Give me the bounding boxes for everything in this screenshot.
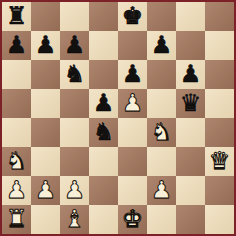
square-e1[interactable]: ♚ bbox=[118, 205, 147, 234]
square-b8[interactable] bbox=[31, 2, 60, 31]
white-king[interactable]: ♚ bbox=[122, 205, 144, 234]
square-g1[interactable] bbox=[176, 205, 205, 234]
square-e3[interactable] bbox=[118, 147, 147, 176]
square-d7[interactable] bbox=[89, 31, 118, 60]
square-h2[interactable] bbox=[205, 176, 234, 205]
white-queen[interactable]: ♛ bbox=[209, 147, 231, 176]
square-a5[interactable] bbox=[2, 89, 31, 118]
square-c5[interactable] bbox=[60, 89, 89, 118]
black-pawn[interactable]: ♟ bbox=[122, 60, 144, 89]
square-c2[interactable]: ♟ bbox=[60, 176, 89, 205]
square-b6[interactable] bbox=[31, 60, 60, 89]
square-d3[interactable] bbox=[89, 147, 118, 176]
square-g8[interactable] bbox=[176, 2, 205, 31]
square-h6[interactable] bbox=[205, 60, 234, 89]
square-a8[interactable]: ♜ bbox=[2, 2, 31, 31]
square-f1[interactable] bbox=[147, 205, 176, 234]
square-d4[interactable]: ♞ bbox=[89, 118, 118, 147]
square-a7[interactable]: ♟ bbox=[2, 31, 31, 60]
square-h5[interactable] bbox=[205, 89, 234, 118]
square-f4[interactable]: ♞ bbox=[147, 118, 176, 147]
square-d6[interactable] bbox=[89, 60, 118, 89]
square-f8[interactable] bbox=[147, 2, 176, 31]
square-a2[interactable]: ♟ bbox=[2, 176, 31, 205]
square-h8[interactable] bbox=[205, 2, 234, 31]
square-f2[interactable]: ♟ bbox=[147, 176, 176, 205]
square-f5[interactable] bbox=[147, 89, 176, 118]
square-f7[interactable]: ♟ bbox=[147, 31, 176, 60]
white-bishop[interactable]: ♝ bbox=[64, 205, 86, 234]
black-pawn[interactable]: ♟ bbox=[35, 31, 57, 60]
square-b7[interactable]: ♟ bbox=[31, 31, 60, 60]
square-d1[interactable] bbox=[89, 205, 118, 234]
square-f6[interactable] bbox=[147, 60, 176, 89]
square-a3[interactable]: ♞ bbox=[2, 147, 31, 176]
square-h1[interactable] bbox=[205, 205, 234, 234]
white-pawn[interactable]: ♟ bbox=[64, 176, 86, 205]
square-g4[interactable] bbox=[176, 118, 205, 147]
square-g2[interactable] bbox=[176, 176, 205, 205]
black-pawn[interactable]: ♟ bbox=[93, 89, 115, 118]
square-g6[interactable]: ♟ bbox=[176, 60, 205, 89]
black-pawn[interactable]: ♟ bbox=[6, 31, 28, 60]
square-c8[interactable] bbox=[60, 2, 89, 31]
square-c7[interactable]: ♟ bbox=[60, 31, 89, 60]
square-h4[interactable] bbox=[205, 118, 234, 147]
square-g5[interactable]: ♛ bbox=[176, 89, 205, 118]
square-g7[interactable] bbox=[176, 31, 205, 60]
square-a4[interactable] bbox=[2, 118, 31, 147]
square-c1[interactable]: ♝ bbox=[60, 205, 89, 234]
square-c4[interactable] bbox=[60, 118, 89, 147]
white-pawn[interactable]: ♟ bbox=[151, 176, 173, 205]
square-d5[interactable]: ♟ bbox=[89, 89, 118, 118]
white-rook[interactable]: ♜ bbox=[6, 205, 28, 234]
square-c3[interactable] bbox=[60, 147, 89, 176]
square-a1[interactable]: ♜ bbox=[2, 205, 31, 234]
square-g3[interactable] bbox=[176, 147, 205, 176]
white-knight[interactable]: ♞ bbox=[6, 147, 28, 176]
square-e7[interactable] bbox=[118, 31, 147, 60]
square-h7[interactable] bbox=[205, 31, 234, 60]
square-b2[interactable]: ♟ bbox=[31, 176, 60, 205]
chess-board: ♜♚♟♟♟♟♞♟♟♟♟♛♞♞♞♛♟♟♟♟♜♝♚ bbox=[2, 2, 234, 234]
black-knight[interactable]: ♞ bbox=[93, 118, 115, 147]
white-pawn[interactable]: ♟ bbox=[6, 176, 28, 205]
black-queen[interactable]: ♛ bbox=[180, 89, 202, 118]
black-knight[interactable]: ♞ bbox=[64, 60, 86, 89]
square-b3[interactable] bbox=[31, 147, 60, 176]
square-e5[interactable]: ♟ bbox=[118, 89, 147, 118]
white-pawn[interactable]: ♟ bbox=[35, 176, 57, 205]
square-h3[interactable]: ♛ bbox=[205, 147, 234, 176]
square-f3[interactable] bbox=[147, 147, 176, 176]
square-b4[interactable] bbox=[31, 118, 60, 147]
black-rook[interactable]: ♜ bbox=[6, 2, 28, 31]
black-pawn[interactable]: ♟ bbox=[180, 60, 202, 89]
square-e2[interactable] bbox=[118, 176, 147, 205]
square-d2[interactable] bbox=[89, 176, 118, 205]
black-king[interactable]: ♚ bbox=[122, 2, 144, 31]
square-b1[interactable] bbox=[31, 205, 60, 234]
square-e6[interactable]: ♟ bbox=[118, 60, 147, 89]
white-knight[interactable]: ♞ bbox=[151, 118, 173, 147]
white-pawn[interactable]: ♟ bbox=[122, 89, 144, 118]
square-e4[interactable] bbox=[118, 118, 147, 147]
square-c6[interactable]: ♞ bbox=[60, 60, 89, 89]
square-e8[interactable]: ♚ bbox=[118, 2, 147, 31]
square-b5[interactable] bbox=[31, 89, 60, 118]
board-frame: ♜♚♟♟♟♟♞♟♟♟♟♛♞♞♞♛♟♟♟♟♜♝♚ bbox=[0, 0, 236, 236]
square-a6[interactable] bbox=[2, 60, 31, 89]
black-pawn[interactable]: ♟ bbox=[151, 31, 173, 60]
square-d8[interactable] bbox=[89, 2, 118, 31]
black-pawn[interactable]: ♟ bbox=[64, 31, 86, 60]
